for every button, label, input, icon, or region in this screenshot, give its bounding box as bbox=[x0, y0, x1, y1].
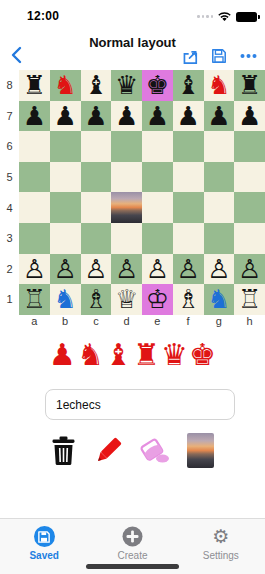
piece-p: ♟ bbox=[84, 101, 107, 131]
app-screen: 12:00 Normal layout bbox=[0, 0, 265, 574]
rank-label-6: 6 bbox=[0, 131, 19, 162]
piece-P: ♙ bbox=[207, 254, 230, 284]
file-label-f: f bbox=[173, 315, 204, 327]
rank-labels: 87654321 bbox=[0, 70, 19, 315]
piece-Q: ♕ bbox=[115, 284, 138, 314]
piece-n: ♞ bbox=[207, 70, 230, 100]
more-icon bbox=[240, 53, 257, 59]
square-e5[interactable] bbox=[142, 162, 173, 193]
save-circle-icon bbox=[34, 526, 55, 547]
tab-saved[interactable]: Saved bbox=[9, 526, 79, 561]
image-thumbnail-icon bbox=[187, 433, 214, 468]
square-f4[interactable] bbox=[173, 192, 204, 223]
piece-R: ♖ bbox=[23, 284, 46, 314]
square-h5[interactable] bbox=[234, 162, 265, 193]
square-f2[interactable]: ♙ bbox=[173, 254, 204, 285]
palette-king[interactable]: ♚ bbox=[189, 336, 216, 374]
square-c3[interactable] bbox=[81, 223, 112, 254]
palette-rook[interactable]: ♜ bbox=[133, 336, 160, 374]
piece-p: ♟ bbox=[23, 101, 46, 131]
share-button[interactable] bbox=[181, 48, 198, 64]
square-e2[interactable]: ♙ bbox=[142, 254, 173, 285]
file-label-g: g bbox=[204, 315, 235, 327]
square-b1[interactable]: ♞ bbox=[50, 284, 81, 315]
piece-B: ♗ bbox=[176, 284, 199, 314]
status-time: 12:00 bbox=[27, 9, 59, 23]
square-e6[interactable] bbox=[142, 131, 173, 162]
square-a2[interactable]: ♙ bbox=[19, 254, 50, 285]
piece-N: ♞ bbox=[207, 284, 230, 314]
file-labels: abcdefgh bbox=[19, 315, 265, 327]
share-icon bbox=[181, 48, 198, 64]
piece-P: ♙ bbox=[53, 254, 76, 284]
piece-p: ♟ bbox=[115, 101, 138, 131]
square-h7[interactable]: ♟ bbox=[234, 101, 265, 132]
piece-p: ♟ bbox=[146, 101, 169, 131]
rank-label-4: 4 bbox=[0, 192, 19, 223]
square-b5[interactable] bbox=[50, 162, 81, 193]
square-d1[interactable]: ♕ bbox=[111, 284, 142, 315]
gear-icon: ⚙ bbox=[212, 526, 229, 547]
square-c6[interactable] bbox=[81, 131, 112, 162]
square-h6[interactable] bbox=[234, 131, 265, 162]
more-button[interactable] bbox=[240, 53, 257, 59]
palette-queen[interactable]: ♛ bbox=[161, 336, 188, 374]
tab-saved-label: Saved bbox=[29, 550, 58, 561]
file-label-e: e bbox=[142, 315, 173, 327]
piece-N: ♞ bbox=[53, 284, 76, 314]
square-e8[interactable]: ♚ bbox=[142, 70, 173, 101]
square-d3[interactable] bbox=[111, 223, 142, 254]
chess-board: ♜♞♝♛♚♝♞♜♟♟♟♟♟♟♟♟♙♙♙♙♙♙♙♙♖♞♗♕♔♗♞♖ bbox=[19, 70, 265, 315]
back-button[interactable] bbox=[8, 46, 26, 64]
square-c2[interactable]: ♙ bbox=[81, 254, 112, 285]
tab-create[interactable]: Create bbox=[97, 526, 167, 561]
square-h4[interactable] bbox=[234, 192, 265, 223]
rank-label-8: 8 bbox=[0, 70, 19, 101]
square-f3[interactable] bbox=[173, 223, 204, 254]
square-b8[interactable]: ♞ bbox=[50, 70, 81, 101]
piece-P: ♙ bbox=[84, 254, 107, 284]
chevron-left-icon bbox=[8, 46, 26, 64]
rank-label-3: 3 bbox=[0, 223, 19, 254]
square-a5[interactable] bbox=[19, 162, 50, 193]
piece-k: ♚ bbox=[146, 70, 169, 100]
paint-bucket-button[interactable] bbox=[140, 437, 170, 464]
status-icons bbox=[197, 11, 257, 22]
square-f1[interactable]: ♗ bbox=[173, 284, 204, 315]
file-label-b: b bbox=[50, 315, 81, 327]
square-g8[interactable]: ♞ bbox=[204, 70, 235, 101]
square-d6[interactable] bbox=[111, 131, 142, 162]
piece-P: ♙ bbox=[115, 254, 138, 284]
piece-n: ♞ bbox=[53, 70, 76, 100]
plus-circle-icon bbox=[122, 526, 143, 547]
tab-settings[interactable]: ⚙ Settings bbox=[186, 526, 256, 561]
layout-name-input[interactable] bbox=[45, 389, 235, 420]
palette-pawn[interactable]: ♟ bbox=[49, 336, 76, 374]
square-d7[interactable]: ♟ bbox=[111, 101, 142, 132]
wifi-icon bbox=[217, 11, 232, 22]
square-b7[interactable]: ♟ bbox=[50, 101, 81, 132]
square-f6[interactable] bbox=[173, 131, 204, 162]
rank-label-2: 2 bbox=[0, 254, 19, 285]
square-c5[interactable] bbox=[81, 162, 112, 193]
save-icon bbox=[211, 48, 227, 64]
square-h2[interactable]: ♙ bbox=[234, 254, 265, 285]
square-f5[interactable] bbox=[173, 162, 204, 193]
square-a4[interactable] bbox=[19, 192, 50, 223]
piece-p: ♟ bbox=[207, 101, 230, 131]
square-c1[interactable]: ♗ bbox=[81, 284, 112, 315]
square-f7[interactable]: ♟ bbox=[173, 101, 204, 132]
square-a7[interactable]: ♟ bbox=[19, 101, 50, 132]
palette-knight[interactable]: ♞ bbox=[77, 336, 104, 374]
trash-icon bbox=[51, 436, 76, 465]
square-a6[interactable] bbox=[19, 131, 50, 162]
square-c7[interactable]: ♟ bbox=[81, 101, 112, 132]
square-e4[interactable] bbox=[142, 192, 173, 223]
piece-r: ♜ bbox=[238, 70, 261, 100]
square-h3[interactable] bbox=[234, 223, 265, 254]
square-b4[interactable] bbox=[50, 192, 81, 223]
square-f8[interactable]: ♝ bbox=[173, 70, 204, 101]
square-c8[interactable]: ♝ bbox=[81, 70, 112, 101]
pencil-button[interactable] bbox=[93, 436, 123, 466]
piece-R: ♖ bbox=[238, 284, 261, 314]
square-c4[interactable] bbox=[81, 192, 112, 223]
piece-b: ♝ bbox=[176, 70, 199, 100]
square-g7[interactable]: ♟ bbox=[204, 101, 235, 132]
file-label-h: h bbox=[234, 315, 265, 327]
piece-palette: ♟♞♝♜♛♚ bbox=[0, 336, 265, 374]
trash-button[interactable] bbox=[51, 436, 76, 465]
piece-P: ♙ bbox=[238, 254, 261, 284]
square-g4[interactable] bbox=[204, 192, 235, 223]
piece-p: ♟ bbox=[238, 101, 261, 131]
piece-B: ♗ bbox=[84, 284, 107, 314]
cellular-signal-icon bbox=[197, 15, 213, 18]
pencil-icon bbox=[93, 436, 123, 466]
square-h8[interactable]: ♜ bbox=[234, 70, 265, 101]
editor-tools bbox=[0, 433, 265, 468]
square-a1[interactable]: ♖ bbox=[19, 284, 50, 315]
paint-bucket-icon bbox=[140, 437, 170, 464]
square-g6[interactable] bbox=[204, 131, 235, 162]
square-e3[interactable] bbox=[142, 223, 173, 254]
save-button[interactable] bbox=[211, 48, 227, 64]
piece-p: ♟ bbox=[176, 101, 199, 131]
piece-P: ♙ bbox=[146, 254, 169, 284]
square-b6[interactable] bbox=[50, 131, 81, 162]
piece-q: ♛ bbox=[115, 70, 138, 100]
piece-b: ♝ bbox=[84, 70, 107, 100]
piece-K: ♔ bbox=[146, 284, 169, 314]
rank-label-5: 5 bbox=[0, 162, 19, 193]
square-d8[interactable]: ♛ bbox=[111, 70, 142, 101]
tab-create-label: Create bbox=[117, 550, 147, 561]
square-g5[interactable] bbox=[204, 162, 235, 193]
file-label-a: a bbox=[19, 315, 50, 327]
square-e7[interactable]: ♟ bbox=[142, 101, 173, 132]
file-label-c: c bbox=[81, 315, 112, 327]
square-d5[interactable] bbox=[111, 162, 142, 193]
piece-P: ♙ bbox=[23, 254, 46, 284]
image-button[interactable] bbox=[187, 433, 214, 468]
square-a8[interactable]: ♜ bbox=[19, 70, 50, 101]
square-b3[interactable] bbox=[50, 223, 81, 254]
home-indicator[interactable] bbox=[86, 564, 179, 569]
square-d4[interactable] bbox=[111, 192, 142, 223]
rank-label-1: 1 bbox=[0, 284, 19, 315]
palette-bishop[interactable]: ♝ bbox=[105, 336, 132, 374]
square-a3[interactable] bbox=[19, 223, 50, 254]
square-h1[interactable]: ♖ bbox=[234, 284, 265, 315]
square-g2[interactable]: ♙ bbox=[204, 254, 235, 285]
file-label-d: d bbox=[111, 315, 142, 327]
piece-P: ♙ bbox=[176, 254, 199, 284]
tab-settings-label: Settings bbox=[203, 550, 239, 561]
square-b2[interactable]: ♙ bbox=[50, 254, 81, 285]
nav-actions bbox=[181, 48, 257, 64]
square-g3[interactable] bbox=[204, 223, 235, 254]
piece-r: ♜ bbox=[23, 70, 46, 100]
piece-p: ♟ bbox=[53, 101, 76, 131]
rank-label-7: 7 bbox=[0, 101, 19, 132]
square-e1[interactable]: ♔ bbox=[142, 284, 173, 315]
battery-icon bbox=[236, 12, 257, 22]
square-d2[interactable]: ♙ bbox=[111, 254, 142, 285]
square-g1[interactable]: ♞ bbox=[204, 284, 235, 315]
